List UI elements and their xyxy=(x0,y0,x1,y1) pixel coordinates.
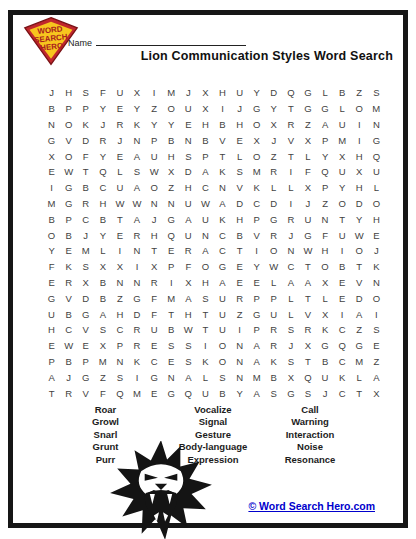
grid-cell-r14c14: P xyxy=(265,290,282,306)
grid-cell-r5c3: F xyxy=(77,148,94,164)
grid-cell-r20c1: T xyxy=(43,385,60,401)
grid-cell-r7c1: I xyxy=(43,180,60,196)
grid-cell-r15c18: I xyxy=(334,306,351,322)
grid-cell-r9c2: P xyxy=(60,211,77,227)
grid-cell-r17c6: R xyxy=(128,338,145,354)
grid-cell-r17c17: G xyxy=(317,338,334,354)
grid-cell-r16c10: T xyxy=(197,322,214,338)
grid-cell-r2c14: Y xyxy=(265,101,282,117)
word-item: Interaction xyxy=(250,429,370,441)
word-search-grid: JHSFUXIMJXHUYDQGLBZSBPPYEYZOUXIJGYTGGLOM… xyxy=(43,85,385,401)
grid-cell-r3c16: Z xyxy=(299,117,316,133)
grid-cell-r7c15: L xyxy=(282,180,299,196)
grid-cell-r13c6: N xyxy=(128,275,145,291)
grid-cell-r17c15: J xyxy=(282,338,299,354)
grid-cell-r7c3: B xyxy=(77,180,94,196)
grid-cell-r15c9: H xyxy=(180,306,197,322)
grid-cell-r4c7: P xyxy=(146,132,163,148)
grid-cell-r1c19: Z xyxy=(351,85,368,101)
grid-cell-r14c9: A xyxy=(180,290,197,306)
grid-cell-r15c16: V xyxy=(299,306,316,322)
grid-cell-r8c9: U xyxy=(180,196,197,212)
grid-cell-r12c20: K xyxy=(368,259,385,275)
grid-cell-r1c8: M xyxy=(163,85,180,101)
grid-cell-r20c18: C xyxy=(334,385,351,401)
grid-cell-r1c2: H xyxy=(60,85,77,101)
grid-cell-r5c15: T xyxy=(282,148,299,164)
grid-cell-r8c10: W xyxy=(197,196,214,212)
grid-cell-r17c12: N xyxy=(231,338,248,354)
grid-cell-r11c15: N xyxy=(282,243,299,259)
grid-cell-r18c16: T xyxy=(299,354,316,370)
grid-cell-r19c11: S xyxy=(214,369,231,385)
grid-cell-r5c4: Y xyxy=(94,148,111,164)
grid-cell-r12c2: K xyxy=(60,259,77,275)
grid-cell-r17c11: O xyxy=(214,338,231,354)
name-row: Name xyxy=(68,35,246,48)
grid-cell-r7c11: N xyxy=(214,180,231,196)
grid-cell-r6c20: U xyxy=(368,164,385,180)
grid-cell-r17c16: X xyxy=(299,338,316,354)
grid-cell-r5c11: T xyxy=(214,148,231,164)
grid-cell-r14c16: T xyxy=(299,290,316,306)
grid-cell-r14c13: P xyxy=(248,290,265,306)
worksheet-page: WORD SEARCH HERO Name Lion Communication… xyxy=(8,10,408,528)
grid-cell-r2c18: L xyxy=(334,101,351,117)
grid-cell-r10c15: J xyxy=(282,227,299,243)
grid-cell-r20c3: V xyxy=(77,385,94,401)
grid-cell-r14c15: L xyxy=(282,290,299,306)
grid-cell-r3c13: O xyxy=(248,117,265,133)
grid-cell-r16c7: U xyxy=(146,322,163,338)
grid-cell-r2c16: G xyxy=(299,101,316,117)
grid-cell-r5c20: Q xyxy=(368,148,385,164)
grid-cell-r1c12: U xyxy=(231,85,248,101)
grid-cell-r9c10: U xyxy=(197,211,214,227)
grid-cell-r13c2: R xyxy=(60,275,77,291)
grid-cell-r17c1: E xyxy=(43,338,60,354)
grid-cell-r4c3: D xyxy=(77,132,94,148)
grid-cell-r13c4: B xyxy=(94,275,111,291)
grid-cell-r13c11: A xyxy=(214,275,231,291)
grid-cell-r18c6: K xyxy=(128,354,145,370)
grid-cell-r11c11: C xyxy=(214,243,231,259)
grid-cell-r4c20: G xyxy=(368,132,385,148)
grid-cell-r8c16: J xyxy=(299,196,316,212)
grid-cell-r19c16: Q xyxy=(299,369,316,385)
grid-cell-r16c3: V xyxy=(77,322,94,338)
grid-cell-r7c18: Y xyxy=(334,180,351,196)
grid-cell-r1c7: I xyxy=(146,85,163,101)
grid-cell-r16c6: R xyxy=(128,322,145,338)
grid-cell-r12c1: F xyxy=(43,259,60,275)
grid-cell-r1c11: H xyxy=(214,85,231,101)
grid-cell-r19c2: J xyxy=(60,369,77,385)
grid-cell-r11c13: I xyxy=(248,243,265,259)
word-list-column-3: CallWarningInteractionNoiseResonance xyxy=(250,404,370,466)
grid-cell-r20c8: G xyxy=(163,385,180,401)
grid-cell-r20c17: J xyxy=(317,385,334,401)
grid-cell-r4c18: M xyxy=(334,132,351,148)
grid-cell-r12c13: Y xyxy=(248,259,265,275)
grid-cell-r4c12: E xyxy=(231,132,248,148)
grid-cell-r20c10: U xyxy=(197,385,214,401)
grid-cell-r12c17: O xyxy=(317,259,334,275)
grid-cell-r10c14: R xyxy=(265,227,282,243)
grid-cell-r7c9: H xyxy=(180,180,197,196)
grid-cell-r17c18: Q xyxy=(334,338,351,354)
grid-cell-r19c8: N xyxy=(163,369,180,385)
grid-cell-r1c4: F xyxy=(94,85,111,101)
name-label: Name xyxy=(68,38,92,48)
grid-cell-r3c11: B xyxy=(214,117,231,133)
grid-cell-r5c12: L xyxy=(231,148,248,164)
grid-cell-r10c13: V xyxy=(248,227,265,243)
grid-cell-r18c2: B xyxy=(60,354,77,370)
grid-cell-r5c1: X xyxy=(43,148,60,164)
grid-cell-r19c9: A xyxy=(180,369,197,385)
grid-cell-r12c12: E xyxy=(231,259,248,275)
grid-cell-r6c10: A xyxy=(197,164,214,180)
grid-cell-r8c12: D xyxy=(231,196,248,212)
grid-cell-r1c20: S xyxy=(368,85,385,101)
grid-cell-r20c19: T xyxy=(351,385,368,401)
grid-cell-r2c9: U xyxy=(180,101,197,117)
grid-cell-r7c12: V xyxy=(231,180,248,196)
grid-cell-r10c20: E xyxy=(368,227,385,243)
grid-cell-r8c5: W xyxy=(111,196,128,212)
grid-cell-r3c19: I xyxy=(351,117,368,133)
grid-cell-r4c10: B xyxy=(197,132,214,148)
grid-cell-r11c1: Y xyxy=(43,243,60,259)
grid-cell-r6c4: Q xyxy=(94,164,111,180)
grid-cell-r9c11: K xyxy=(214,211,231,227)
grid-cell-r12c9: F xyxy=(180,259,197,275)
grid-cell-r6c18: U xyxy=(334,164,351,180)
grid-cell-r17c2: W xyxy=(60,338,77,354)
grid-cell-r11c19: O xyxy=(351,243,368,259)
grid-cell-r7c10: C xyxy=(197,180,214,196)
grid-cell-r18c13: A xyxy=(248,354,265,370)
grid-cell-r15c13: G xyxy=(248,306,265,322)
grid-cell-r18c15: S xyxy=(282,354,299,370)
grid-cell-r15c5: H xyxy=(111,306,128,322)
grid-cell-r18c5: N xyxy=(111,354,128,370)
grid-cell-r4c13: X xyxy=(248,132,265,148)
grid-cell-r8c8: N xyxy=(163,196,180,212)
grid-cell-r8c4: H xyxy=(94,196,111,212)
grid-cell-r15c11: U xyxy=(214,306,231,322)
grid-cell-r4c2: V xyxy=(60,132,77,148)
grid-cell-r18c4: M xyxy=(94,354,111,370)
grid-cell-r2c1: B xyxy=(43,101,60,117)
grid-cell-r2c19: O xyxy=(351,101,368,117)
grid-cell-r1c16: G xyxy=(299,85,316,101)
grid-cell-r7c17: P xyxy=(317,180,334,196)
grid-cell-r6c16: F xyxy=(299,164,316,180)
word-item: Call xyxy=(250,404,370,416)
grid-cell-r1c13: Y xyxy=(248,85,265,101)
grid-cell-r15c12: Z xyxy=(231,306,248,322)
grid-cell-r2c4: Y xyxy=(94,101,111,117)
grid-cell-r7c6: A xyxy=(128,180,145,196)
grid-cell-r15c17: X xyxy=(317,306,334,322)
grid-cell-r2c13: G xyxy=(248,101,265,117)
grid-cell-r5c14: Z xyxy=(265,148,282,164)
grid-cell-r18c11: O xyxy=(214,354,231,370)
grid-cell-r5c10: P xyxy=(197,148,214,164)
grid-cell-r10c16: G xyxy=(299,227,316,243)
grid-cell-r18c17: B xyxy=(317,354,334,370)
grid-cell-r1c14: D xyxy=(265,85,282,101)
grid-cell-r9c20: H xyxy=(368,211,385,227)
grid-cell-r2c7: Z xyxy=(146,101,163,117)
grid-cell-r1c6: X xyxy=(128,85,145,101)
grid-cell-r9c6: A xyxy=(128,211,145,227)
grid-cell-r6c12: S xyxy=(231,164,248,180)
grid-cell-r13c1: E xyxy=(43,275,60,291)
grid-cell-r12c19: T xyxy=(351,259,368,275)
grid-cell-r11c9: R xyxy=(180,243,197,259)
grid-cell-r13c8: I xyxy=(163,275,180,291)
grid-cell-r6c19: X xyxy=(351,164,368,180)
grid-cell-r7c20: L xyxy=(368,180,385,196)
grid-cell-r16c20: S xyxy=(368,322,385,338)
grid-cell-r5c9: S xyxy=(180,148,197,164)
grid-cell-r18c9: S xyxy=(180,354,197,370)
grid-cell-r8c3: R xyxy=(77,196,94,212)
grid-cell-r5c8: H xyxy=(163,148,180,164)
grid-cell-r14c1: G xyxy=(43,290,60,306)
grid-cell-r14c11: U xyxy=(214,290,231,306)
grid-cell-r7c16: X xyxy=(299,180,316,196)
grid-cell-r4c5: J xyxy=(111,132,128,148)
grid-cell-r4c15: V xyxy=(282,132,299,148)
grid-cell-r7c13: K xyxy=(248,180,265,196)
grid-cell-r7c19: H xyxy=(351,180,368,196)
grid-cell-r15c10: T xyxy=(197,306,214,322)
grid-cell-r16c18: C xyxy=(334,322,351,338)
grid-cell-r1c10: X xyxy=(197,85,214,101)
grid-cell-r16c17: K xyxy=(317,322,334,338)
grid-cell-r6c15: I xyxy=(282,164,299,180)
grid-cell-r9c12: H xyxy=(231,211,248,227)
grid-cell-r4c17: P xyxy=(317,132,334,148)
grid-cell-r19c7: G xyxy=(146,369,163,385)
grid-cell-r6c8: X xyxy=(163,164,180,180)
grid-cell-r12c14: W xyxy=(265,259,282,275)
grid-cell-r20c2: R xyxy=(60,385,77,401)
grid-cell-r1c18: B xyxy=(334,85,351,101)
grid-cell-r13c10: H xyxy=(197,275,214,291)
grid-cell-r3c3: K xyxy=(77,117,94,133)
grid-cell-r14c6: G xyxy=(128,290,145,306)
grid-cell-r19c6: I xyxy=(128,369,145,385)
grid-cell-r6c13: M xyxy=(248,164,265,180)
grid-cell-r16c8: B xyxy=(163,322,180,338)
grid-cell-r14c10: S xyxy=(197,290,214,306)
grid-cell-r5c18: X xyxy=(334,148,351,164)
grid-cell-r8c1: M xyxy=(43,196,60,212)
grid-cell-r15c7: F xyxy=(146,306,163,322)
grid-cell-r12c5: X xyxy=(111,259,128,275)
grid-cell-r11c14: O xyxy=(265,243,282,259)
grid-cell-r13c5: N xyxy=(111,275,128,291)
grid-cell-r10c10: N xyxy=(197,227,214,243)
grid-cell-r14c2: V xyxy=(60,290,77,306)
grid-cell-r16c9: W xyxy=(180,322,197,338)
grid-cell-r2c8: O xyxy=(163,101,180,117)
grid-cell-r4c6: N xyxy=(128,132,145,148)
grid-cell-r14c19: D xyxy=(351,290,368,306)
grid-cell-r12c7: X xyxy=(146,259,163,275)
grid-cell-r14c4: B xyxy=(94,290,111,306)
grid-cell-r1c17: L xyxy=(317,85,334,101)
grid-cell-r4c11: V xyxy=(214,132,231,148)
grid-cell-r2c17: G xyxy=(317,101,334,117)
grid-cell-r9c8: G xyxy=(163,211,180,227)
grid-cell-r8c19: D xyxy=(351,196,368,212)
grid-cell-r11c4: L xyxy=(94,243,111,259)
grid-cell-r3c15: R xyxy=(282,117,299,133)
grid-cell-r15c15: L xyxy=(282,306,299,322)
grid-cell-r10c18: U xyxy=(334,227,351,243)
grid-cell-r9c14: G xyxy=(265,211,282,227)
grid-cell-r3c14: X xyxy=(265,117,282,133)
grid-cell-r3c17: A xyxy=(317,117,334,133)
footer-link[interactable]: © Word Search Hero.com xyxy=(248,500,375,512)
grid-cell-r15c4: A xyxy=(94,306,111,322)
grid-cell-r19c14: B xyxy=(265,369,282,385)
grid-cell-r3c5: R xyxy=(111,117,128,133)
grid-cell-r11c10: A xyxy=(197,243,214,259)
grid-cell-r9c13: P xyxy=(248,211,265,227)
grid-cell-r13c3: X xyxy=(77,275,94,291)
grid-cell-r18c7: C xyxy=(146,354,163,370)
grid-cell-r20c6: M xyxy=(128,385,145,401)
grid-cell-r10c4: Y xyxy=(94,227,111,243)
grid-cell-r5c6: A xyxy=(128,148,145,164)
grid-cell-r8c2: G xyxy=(60,196,77,212)
grid-cell-r5c16: L xyxy=(299,148,316,164)
grid-cell-r4c4: R xyxy=(94,132,111,148)
grid-cell-r7c14: L xyxy=(265,180,282,196)
grid-cell-r16c4: S xyxy=(94,322,111,338)
grid-cell-r9c16: U xyxy=(299,211,316,227)
word-item: Warning xyxy=(250,416,370,428)
grid-cell-r8c17: Z xyxy=(317,196,334,212)
grid-cell-r19c13: M xyxy=(248,369,265,385)
grid-cell-r7c7: O xyxy=(146,180,163,196)
grid-cell-r13c17: X xyxy=(317,275,334,291)
grid-cell-r2c15: T xyxy=(282,101,299,117)
grid-cell-r14c5: Z xyxy=(111,290,128,306)
grid-cell-r16c16: R xyxy=(299,322,316,338)
grid-cell-r18c19: M xyxy=(351,354,368,370)
grid-cell-r14c17: L xyxy=(317,290,334,306)
grid-cell-r9c5: T xyxy=(111,211,128,227)
grid-cell-r11c18: I xyxy=(334,243,351,259)
grid-cell-r8c18: O xyxy=(334,196,351,212)
grid-cell-r10c2: B xyxy=(60,227,77,243)
grid-cell-r6c7: W xyxy=(146,164,163,180)
grid-cell-r16c12: I xyxy=(231,322,248,338)
grid-cell-r11c16: W xyxy=(299,243,316,259)
grid-cell-r3c4: J xyxy=(94,117,111,133)
grid-cell-r1c5: U xyxy=(111,85,128,101)
grid-cell-r10c7: H xyxy=(146,227,163,243)
grid-cell-r14c20: O xyxy=(368,290,385,306)
grid-cell-r5c2: O xyxy=(60,148,77,164)
grid-cell-r18c8: E xyxy=(163,354,180,370)
grid-cell-r9c19: Y xyxy=(351,211,368,227)
grid-cell-r8c11: A xyxy=(214,196,231,212)
grid-cell-r16c14: R xyxy=(265,322,282,338)
grid-cell-r16c11: U xyxy=(214,322,231,338)
grid-cell-r9c15: R xyxy=(282,211,299,227)
grid-cell-r15c20: I xyxy=(368,306,385,322)
grid-cell-r7c4: C xyxy=(94,180,111,196)
page-title: Lion Communication Styles Word Search xyxy=(141,49,393,63)
grid-cell-r5c19: H xyxy=(351,148,368,164)
grid-cell-r10c19: W xyxy=(351,227,368,243)
grid-cell-r3c9: E xyxy=(180,117,197,133)
grid-cell-r4c14: J xyxy=(265,132,282,148)
grid-cell-r15c2: B xyxy=(60,306,77,322)
grid-cell-r7c2: G xyxy=(60,180,77,196)
grid-cell-r18c10: K xyxy=(197,354,214,370)
grid-cell-r9c18: T xyxy=(334,211,351,227)
word-item: Growl xyxy=(53,416,158,428)
grid-cell-r18c14: K xyxy=(265,354,282,370)
grid-cell-r10c5: E xyxy=(111,227,128,243)
grid-cell-r11c3: M xyxy=(77,243,94,259)
grid-cell-r9c17: N xyxy=(317,211,334,227)
grid-cell-r13c19: V xyxy=(351,275,368,291)
grid-cell-r16c15: S xyxy=(282,322,299,338)
grid-cell-r10c6: R xyxy=(128,227,145,243)
grid-cell-r3c6: K xyxy=(128,117,145,133)
grid-cell-r12c15: C xyxy=(282,259,299,275)
grid-cell-r6c14: R xyxy=(265,164,282,180)
grid-cell-r14c7: F xyxy=(146,290,163,306)
grid-cell-r15c19: A xyxy=(351,306,368,322)
grid-cell-r19c18: K xyxy=(334,369,351,385)
grid-cell-r8c7: N xyxy=(146,196,163,212)
grid-cell-r12c8: P xyxy=(163,259,180,275)
grid-cell-r6c2: W xyxy=(60,164,77,180)
grid-cell-r16c1: H xyxy=(43,322,60,338)
grid-cell-r15c8: T xyxy=(163,306,180,322)
grid-cell-r4c16: X xyxy=(299,132,316,148)
grid-cell-r15c1: U xyxy=(43,306,60,322)
grid-cell-r11c12: T xyxy=(231,243,248,259)
grid-cell-r9c1: B xyxy=(43,211,60,227)
grid-cell-r6c17: Q xyxy=(317,164,334,180)
grid-cell-r16c13: P xyxy=(248,322,265,338)
grid-cell-r13c7: R xyxy=(146,275,163,291)
grid-cell-r20c5: Q xyxy=(111,385,128,401)
grid-cell-r18c1: P xyxy=(43,354,60,370)
grid-cell-r19c5: S xyxy=(111,369,128,385)
grid-cell-r6c11: K xyxy=(214,164,231,180)
grid-cell-r6c5: L xyxy=(111,164,128,180)
grid-cell-r19c20: A xyxy=(368,369,385,385)
grid-cell-r17c8: S xyxy=(163,338,180,354)
grid-cell-r10c9: U xyxy=(180,227,197,243)
word-item: Noise xyxy=(250,441,370,453)
grid-cell-r9c4: B xyxy=(94,211,111,227)
